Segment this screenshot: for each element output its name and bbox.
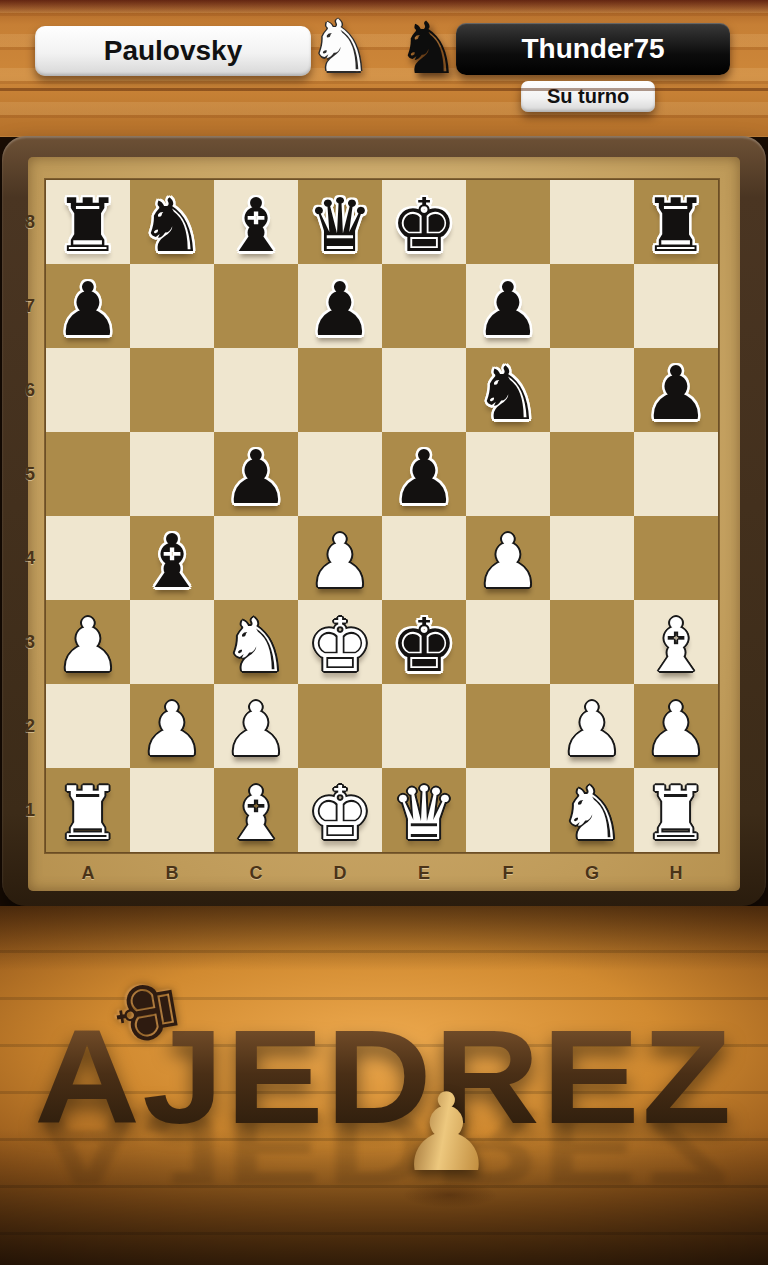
square-d3[interactable]: ♚ <box>298 600 382 684</box>
black-knight-icon: ♞ <box>396 12 461 84</box>
square-a2[interactable] <box>46 684 130 768</box>
black-player-name: Thunder75 <box>521 33 664 65</box>
file-label-f: F <box>466 857 550 889</box>
square-b5[interactable] <box>130 432 214 516</box>
square-c5[interactable]: ♟ <box>214 432 298 516</box>
square-b2[interactable]: ♟ <box>130 684 214 768</box>
square-h2[interactable]: ♟ <box>634 684 718 768</box>
square-a3[interactable]: ♟ <box>46 600 130 684</box>
black-queen-d8: ♛ <box>298 180 382 264</box>
square-b3[interactable] <box>130 600 214 684</box>
square-d1[interactable]: ♚ <box>298 768 382 852</box>
square-b6[interactable] <box>130 348 214 432</box>
white-pawn-a3: ♟ <box>46 600 130 684</box>
white-pawn-h2: ♟ <box>634 684 718 768</box>
square-e6[interactable] <box>382 348 466 432</box>
square-d4[interactable]: ♟ <box>298 516 382 600</box>
black-pawn-c5: ♟ <box>214 432 298 516</box>
file-labels: ABCDEFGH <box>46 857 718 889</box>
square-d5[interactable] <box>298 432 382 516</box>
square-e7[interactable] <box>382 264 466 348</box>
white-queen-e1: ♛ <box>382 768 466 852</box>
square-f6[interactable]: ♞ <box>466 348 550 432</box>
square-d6[interactable] <box>298 348 382 432</box>
white-pawn-g2: ♟ <box>550 684 634 768</box>
white-pawn-f4: ♟ <box>466 516 550 600</box>
white-pawn-c2: ♟ <box>214 684 298 768</box>
square-h5[interactable] <box>634 432 718 516</box>
turn-indicator-label: Su turno <box>547 85 629 108</box>
square-h1[interactable]: ♜ <box>634 768 718 852</box>
black-knight-b8: ♞ <box>130 180 214 264</box>
square-b8[interactable]: ♞ <box>130 180 214 264</box>
square-f5[interactable] <box>466 432 550 516</box>
square-a6[interactable] <box>46 348 130 432</box>
rank-label-2: 2 <box>16 684 44 768</box>
white-king-d3: ♚ <box>298 600 382 684</box>
white-knight-c3: ♞ <box>214 600 298 684</box>
black-pawn-h6: ♟ <box>634 348 718 432</box>
black-king-e3: ♚ <box>382 600 466 684</box>
square-g4[interactable] <box>550 516 634 600</box>
rank-label-8: 8 <box>16 180 44 264</box>
fallen-king-icon: ♚ <box>102 970 193 1055</box>
square-f7[interactable]: ♟ <box>466 264 550 348</box>
square-a8[interactable]: ♜ <box>46 180 130 264</box>
square-b7[interactable] <box>130 264 214 348</box>
white-pawn-b2: ♟ <box>130 684 214 768</box>
rank-label-6: 6 <box>16 348 44 432</box>
black-pawn-d7: ♟ <box>298 264 382 348</box>
rank-labels: 87654321 <box>16 180 44 852</box>
square-g2[interactable]: ♟ <box>550 684 634 768</box>
app-screen: Paulovsky ♞ ♞ Thunder75 Su turno 8765432… <box>0 0 768 1265</box>
square-f1[interactable] <box>466 768 550 852</box>
file-label-e: E <box>382 857 466 889</box>
white-king-d1: ♚ <box>298 768 382 852</box>
black-king-e8: ♚ <box>382 180 466 264</box>
square-e5[interactable]: ♟ <box>382 432 466 516</box>
square-d8[interactable]: ♛ <box>298 180 382 264</box>
square-g8[interactable] <box>550 180 634 264</box>
square-b4[interactable]: ♝ <box>130 516 214 600</box>
square-e1[interactable]: ♛ <box>382 768 466 852</box>
square-e2[interactable] <box>382 684 466 768</box>
square-a7[interactable]: ♟ <box>46 264 130 348</box>
square-h7[interactable] <box>634 264 718 348</box>
white-rook-h1: ♜ <box>634 768 718 852</box>
square-b1[interactable] <box>130 768 214 852</box>
square-h3[interactable]: ♝ <box>634 600 718 684</box>
square-c8[interactable]: ♝ <box>214 180 298 264</box>
square-g5[interactable] <box>550 432 634 516</box>
square-d2[interactable] <box>298 684 382 768</box>
white-player-plate: Paulovsky <box>35 26 311 76</box>
square-c1[interactable]: ♝ <box>214 768 298 852</box>
square-h4[interactable] <box>634 516 718 600</box>
turn-indicator-badge: Su turno <box>521 81 655 112</box>
square-f2[interactable] <box>466 684 550 768</box>
file-label-h: H <box>634 857 718 889</box>
file-label-b: B <box>130 857 214 889</box>
white-bishop-c1: ♝ <box>214 768 298 852</box>
file-label-g: G <box>550 857 634 889</box>
square-e4[interactable] <box>382 516 466 600</box>
board-grid[interactable]: ♜♞♝♛♚♜♟♟♟♞♟♟♟♝♟♟♟♞♚♚♝♟♟♟♟♜♝♚♛♞♜ <box>46 180 718 852</box>
white-knight-g1: ♞ <box>550 768 634 852</box>
black-bishop-c8: ♝ <box>214 180 298 264</box>
rank-label-3: 3 <box>16 600 44 684</box>
standing-pawn-icon: ♟ <box>398 1078 495 1188</box>
black-bishop-b4: ♝ <box>130 516 214 600</box>
square-g1[interactable]: ♞ <box>550 768 634 852</box>
square-c7[interactable] <box>214 264 298 348</box>
square-c3[interactable]: ♞ <box>214 600 298 684</box>
rank-label-5: 5 <box>16 432 44 516</box>
white-knight-icon: ♞ <box>308 10 373 82</box>
rank-label-4: 4 <box>16 516 44 600</box>
square-f8[interactable] <box>466 180 550 264</box>
square-e3[interactable]: ♚ <box>382 600 466 684</box>
black-pawn-f7: ♟ <box>466 264 550 348</box>
square-c6[interactable] <box>214 348 298 432</box>
square-a4[interactable] <box>46 516 130 600</box>
square-g7[interactable] <box>550 264 634 348</box>
black-pawn-e5: ♟ <box>382 432 466 516</box>
black-knight-f6: ♞ <box>466 348 550 432</box>
rank-label-1: 1 <box>16 768 44 852</box>
white-rook-a1: ♜ <box>46 768 130 852</box>
square-a1[interactable]: ♜ <box>46 768 130 852</box>
header-wood-bar: Paulovsky ♞ ♞ Thunder75 Su turno <box>0 0 768 137</box>
square-f3[interactable] <box>466 600 550 684</box>
white-bishop-h3: ♝ <box>634 600 718 684</box>
file-label-c: C <box>214 857 298 889</box>
white-player-name: Paulovsky <box>104 35 243 67</box>
black-rook-h8: ♜ <box>634 180 718 264</box>
file-label-a: A <box>46 857 130 889</box>
square-f4[interactable]: ♟ <box>466 516 550 600</box>
square-h8[interactable]: ♜ <box>634 180 718 264</box>
square-e8[interactable]: ♚ <box>382 180 466 264</box>
black-rook-a8: ♜ <box>46 180 130 264</box>
file-label-d: D <box>298 857 382 889</box>
square-g3[interactable] <box>550 600 634 684</box>
black-player-plate: Thunder75 <box>456 23 730 75</box>
white-pawn-d4: ♟ <box>298 516 382 600</box>
square-d7[interactable]: ♟ <box>298 264 382 348</box>
square-c2[interactable]: ♟ <box>214 684 298 768</box>
square-h6[interactable]: ♟ <box>634 348 718 432</box>
square-a5[interactable] <box>46 432 130 516</box>
black-pawn-a7: ♟ <box>46 264 130 348</box>
rank-label-7: 7 <box>16 264 44 348</box>
square-g6[interactable] <box>550 348 634 432</box>
square-c4[interactable] <box>214 516 298 600</box>
